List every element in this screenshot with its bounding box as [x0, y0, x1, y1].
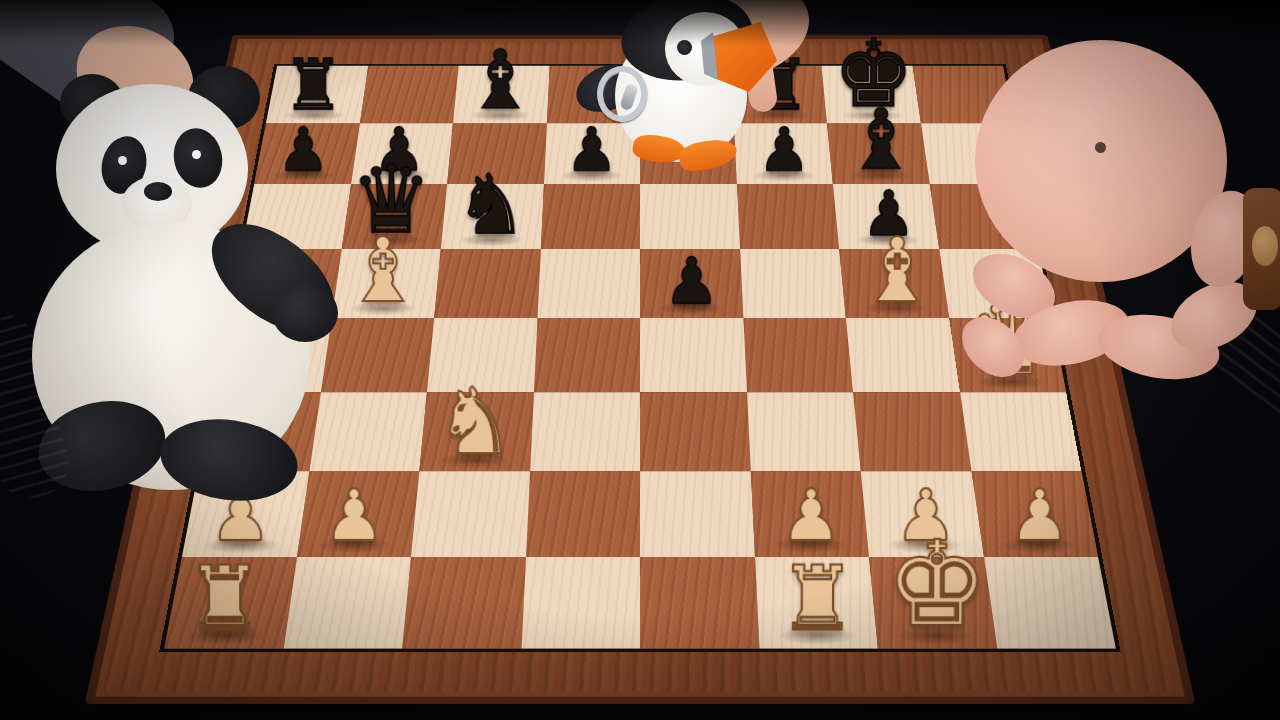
panda-eye-right — [192, 150, 201, 159]
piece-black-bishop-g7[interactable]: ♝ — [844, 100, 917, 180]
square-a1[interactable]: ♜ — [164, 557, 296, 649]
square-d5[interactable] — [537, 249, 640, 318]
square-f4[interactable] — [743, 318, 853, 392]
puffin-keychain-plush — [575, 0, 785, 180]
square-f2[interactable]: ♟ — [750, 471, 869, 556]
square-h3[interactable] — [960, 392, 1082, 471]
square-d3[interactable] — [530, 392, 640, 471]
square-e2[interactable] — [640, 471, 754, 556]
square-d6[interactable] — [540, 184, 640, 249]
square-c6[interactable]: ♞ — [441, 184, 544, 249]
panda-nose — [144, 182, 172, 201]
square-c1[interactable] — [402, 557, 525, 649]
square-g7[interactable]: ♝ — [827, 123, 929, 184]
square-e3[interactable] — [640, 392, 750, 471]
square-b1[interactable] — [283, 557, 411, 649]
square-g3[interactable] — [853, 392, 971, 471]
piece-black-pawn-e5[interactable]: ♟ — [664, 252, 720, 313]
square-h2[interactable]: ♟ — [971, 471, 1098, 556]
square-c5[interactable] — [434, 249, 540, 318]
square-f1[interactable]: ♜ — [754, 557, 877, 649]
square-e5[interactable]: ♟ — [640, 249, 743, 318]
piece-white-rook-a1[interactable]: ♜ — [185, 557, 263, 642]
octopus-head — [975, 40, 1227, 282]
square-c3[interactable]: ♞ — [419, 392, 533, 471]
square-e6[interactable] — [640, 184, 740, 249]
square-f3[interactable] — [747, 392, 861, 471]
square-e4[interactable] — [640, 318, 747, 392]
panda-paw — [272, 284, 338, 342]
piece-white-knight-c3[interactable]: ♞ — [435, 379, 515, 466]
piece-white-rook-f1[interactable]: ♜ — [779, 557, 857, 642]
square-h1[interactable] — [983, 557, 1115, 649]
piece-white-pawn-h2[interactable]: ♟ — [1009, 483, 1071, 550]
octopus-eye — [1095, 142, 1106, 153]
square-d2[interactable] — [526, 471, 640, 556]
piece-white-bishop-g5[interactable]: ♝ — [858, 228, 936, 313]
square-d4[interactable] — [533, 318, 640, 392]
piece-white-king-g1[interactable]: ♚ — [885, 529, 988, 641]
keychain-ring-icon — [597, 66, 647, 122]
square-f6[interactable] — [736, 184, 839, 249]
piece-black-bishop-c8[interactable]: ♝ — [465, 42, 535, 119]
piece-white-pawn-f2[interactable]: ♟ — [780, 483, 842, 550]
piece-black-knight-c6[interactable]: ♞ — [455, 165, 527, 244]
wooden-piece-right-edge — [1252, 226, 1278, 266]
square-c8[interactable]: ♝ — [453, 66, 549, 123]
scene-background: ♜♝♜♚♟♟♟♟♝♛♞♟♝♟♝♛♞♟♟♟♟♟♜♜♚ — [0, 0, 1280, 720]
square-f5[interactable] — [740, 249, 846, 318]
square-g1[interactable]: ♚ — [869, 557, 997, 649]
puffin-eye — [677, 40, 692, 55]
piece-white-bishop-b5[interactable]: ♝ — [344, 228, 422, 313]
octopus-plush — [930, 40, 1230, 390]
square-c2[interactable] — [411, 471, 530, 556]
panda-eye-left — [118, 156, 127, 165]
square-e1[interactable] — [640, 557, 759, 649]
square-d1[interactable] — [521, 557, 640, 649]
